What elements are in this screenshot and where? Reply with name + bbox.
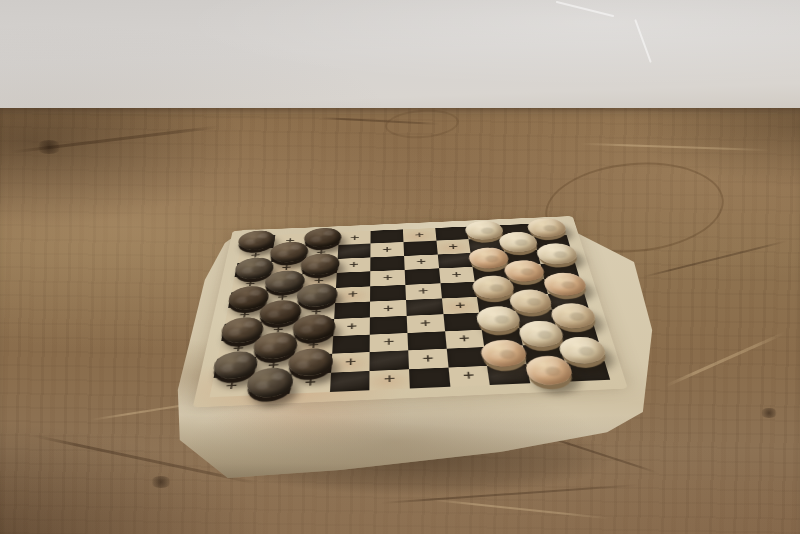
square-f3r2 [292, 354, 332, 374]
square-f4r2: + [331, 352, 370, 372]
square-f2r9 [271, 247, 306, 262]
square-f5r4 [370, 316, 407, 334]
square-f7r7: + [439, 267, 475, 283]
square-f9r7: + [507, 264, 545, 280]
square-f2r7 [266, 274, 302, 290]
plus-mark: + [414, 231, 425, 238]
plus-mark: + [346, 322, 358, 331]
photo-stage: ++++++++++++++++++++++++++++++++++++++++… [0, 0, 800, 534]
square-f5r3: + [370, 333, 408, 352]
square-f3r10 [306, 232, 339, 246]
table-scratch [320, 117, 440, 125]
square-f5r7: + [371, 270, 406, 286]
plus-mark: + [383, 374, 396, 384]
square-f10r2: + [561, 342, 605, 362]
square-f10r8: + [537, 249, 575, 264]
square-f6r1 [409, 367, 450, 388]
square-f4r1 [330, 371, 370, 392]
square-f8r2: + [484, 346, 526, 366]
ring-stain [384, 107, 460, 140]
plus-mark: + [382, 274, 393, 282]
plus-mark: + [462, 370, 476, 380]
square-f8r4: + [479, 311, 519, 329]
square-f6r2: + [408, 349, 448, 369]
square-f5r6 [370, 285, 406, 302]
square-f4r4: + [333, 318, 370, 336]
square-f3r4 [296, 319, 334, 338]
square-f6r8: + [404, 254, 439, 270]
plus-mark: + [224, 381, 239, 392]
square-f10r4: + [552, 308, 593, 326]
square-f7r5: + [442, 297, 480, 315]
plus-mark: + [304, 377, 318, 388]
plus-mark: + [417, 287, 429, 295]
square-f2r5 [261, 305, 299, 323]
board-grid: ++++++++++++++++++++++++++++++++++++++++… [210, 222, 611, 397]
square-f8r8: + [471, 252, 507, 267]
square-f9r1: + [526, 362, 570, 383]
square-f5r5: + [370, 300, 406, 318]
wood-knot [760, 408, 778, 418]
plus-mark: + [447, 243, 459, 250]
plus-mark: + [415, 258, 427, 266]
square-f7r8 [437, 253, 472, 268]
plus-mark: + [348, 261, 359, 269]
square-f8r10: + [467, 225, 502, 239]
square-f6r4: + [407, 314, 445, 332]
square-f6r3 [407, 331, 446, 350]
square-f10r6: + [544, 277, 583, 294]
square-f4r3 [332, 335, 370, 354]
checkers-board: ++++++++++++++++++++++++++++++++++++++++… [215, 150, 597, 450]
square-f9r5: + [513, 294, 553, 312]
plus-mark: + [382, 304, 394, 313]
table-scratch [642, 240, 788, 278]
square-f3r6 [299, 288, 335, 305]
plus-mark: + [458, 334, 471, 344]
table-scratch [665, 332, 785, 388]
square-f8r6: + [475, 280, 513, 297]
plus-mark: + [454, 301, 467, 310]
square-f7r1: + [448, 366, 490, 387]
square-f7r6 [440, 282, 477, 299]
square-f1r8 [234, 262, 270, 278]
square-f2r3 [256, 338, 296, 357]
square-f4r5 [334, 302, 370, 320]
square-f1r4 [221, 322, 261, 341]
square-f6r7 [405, 268, 440, 284]
plus-mark: + [421, 353, 434, 363]
square-f8r1 [487, 364, 530, 385]
square-f2r1 [250, 374, 292, 395]
square-f7r3: + [445, 330, 485, 349]
square-f5r8 [371, 256, 405, 272]
plus-mark: + [450, 271, 462, 279]
square-f5r1: + [370, 369, 410, 390]
square-f1r2 [214, 357, 256, 377]
plaster-wall [0, 0, 800, 114]
square-f4r8: + [337, 257, 371, 273]
plus-mark: + [383, 337, 396, 347]
square-f4r7 [336, 271, 371, 287]
square-f9r3: + [519, 326, 561, 345]
square-f5r2 [370, 350, 409, 370]
plus-mark: + [344, 357, 357, 367]
plus-mark: + [382, 246, 393, 253]
square-f6r6: + [405, 283, 441, 300]
square-f1r6 [228, 291, 266, 308]
table-scratch [580, 143, 770, 152]
square-f9r9: + [501, 237, 537, 252]
plus-mark: + [419, 319, 432, 328]
square-f3r8 [303, 259, 338, 275]
square-f4r6: + [335, 286, 371, 303]
wall-crack [634, 19, 652, 63]
wall-crack [556, 1, 615, 17]
square-f10r10: + [531, 222, 567, 236]
wood-knot [36, 140, 62, 154]
plus-mark: + [347, 290, 359, 298]
plus-mark: + [349, 234, 360, 241]
board-surface: ++++++++++++++++++++++++++++++++++++++++… [193, 216, 628, 407]
square-f6r5 [406, 298, 443, 316]
